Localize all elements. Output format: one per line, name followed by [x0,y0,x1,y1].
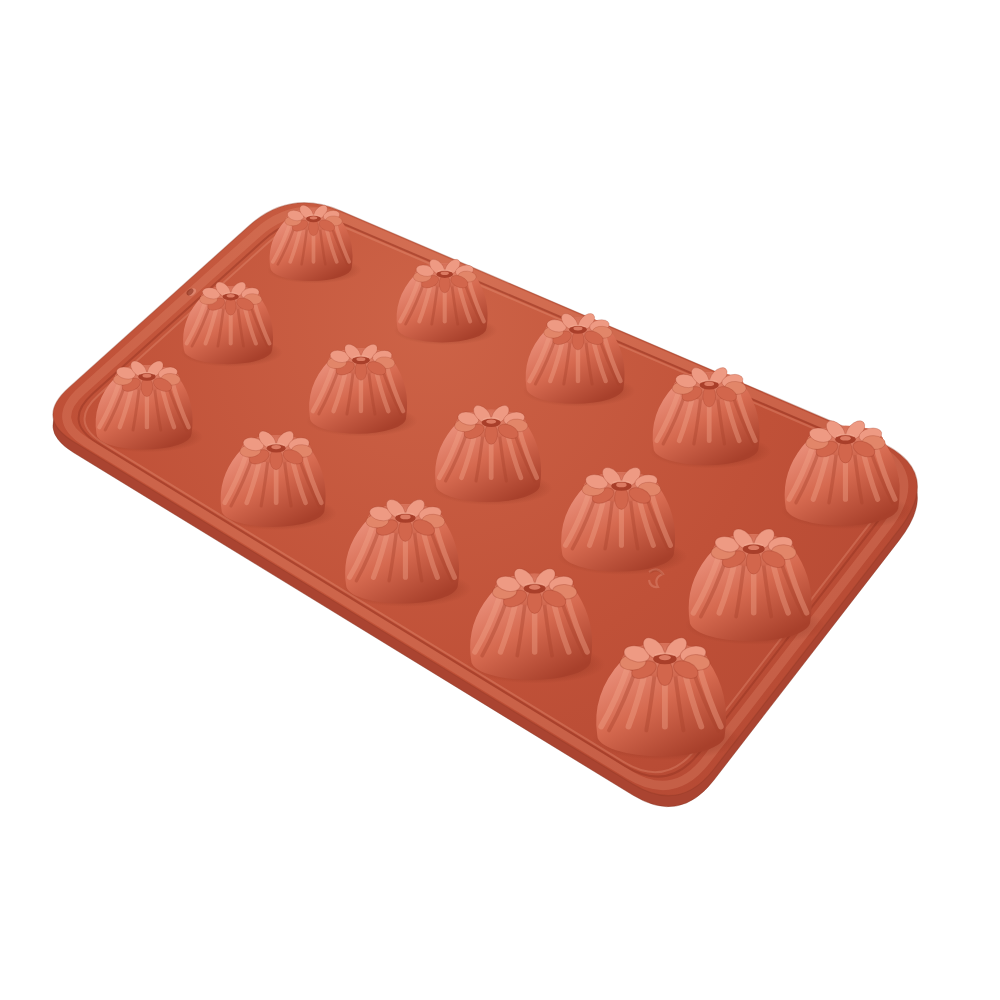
bump-crater-center [748,545,759,550]
bump-crater-center [310,216,318,219]
bump-crater-center [486,419,496,423]
bump-crater-center [529,585,540,590]
bump-crater-center [573,327,582,331]
bump-crater-center [441,271,449,275]
product-photo-svg [0,0,1000,1000]
bump-crater-center [400,515,410,520]
bump-crater-center [659,655,671,660]
bump-crater-center [356,357,365,361]
bump-crater-center [227,294,235,298]
bump-crater-center [616,483,626,488]
bump-crater-center [704,382,714,386]
bump-crater-center [142,374,151,378]
bump-crater-center [271,445,281,449]
bump-crater-center [840,436,851,441]
product-photo: Terracotta silicone canele baking mold w… [0,0,1000,1000]
